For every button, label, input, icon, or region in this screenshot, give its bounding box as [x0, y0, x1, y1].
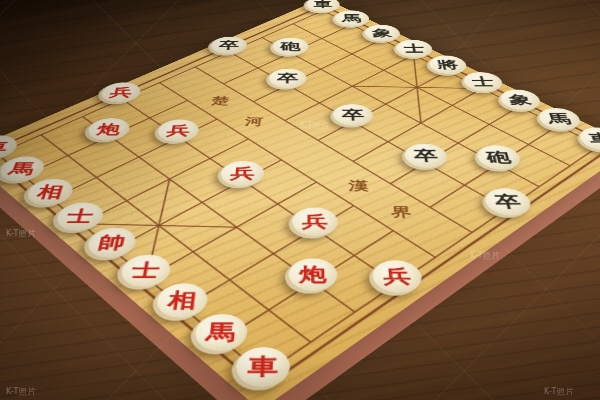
cannon-glyph: 砲 — [280, 41, 300, 51]
horse-glyph: 馬 — [206, 321, 237, 342]
soldier-glyph: 卒 — [413, 148, 439, 162]
piece-black-chariot[interactable]: 車 — [306, 0, 340, 12]
soldier-glyph: 卒 — [493, 193, 522, 208]
piece-black-soldier[interactable]: 卒 — [269, 68, 307, 87]
cannon-glyph: 炮 — [299, 264, 327, 282]
cannon-glyph: 炮 — [96, 122, 122, 135]
horse-glyph: 馬 — [546, 112, 573, 124]
piece-red-soldier[interactable]: 兵 — [220, 161, 265, 186]
soldier-glyph: 兵 — [166, 123, 191, 136]
piece-red-chariot[interactable]: 車 — [235, 347, 290, 387]
advisor-glyph: 士 — [65, 207, 95, 223]
advisor-glyph: 士 — [403, 43, 425, 53]
piece-black-cannon[interactable]: 砲 — [475, 145, 524, 169]
chariot-glyph: 車 — [247, 354, 278, 376]
chariot-glyph: 車 — [586, 132, 600, 145]
piece-red-soldier[interactable]: 兵 — [292, 207, 338, 236]
soldier-glyph: 兵 — [382, 266, 411, 284]
soldier-glyph: 卒 — [218, 40, 239, 50]
photo-scene: 楚河漢界 車馬象士將士象馬車砲砲卒卒卒卒卒兵兵兵兵兵炮炮車馬相士帥士相馬車 K-… — [0, 0, 600, 400]
piece-red-soldier[interactable]: 兵 — [156, 119, 200, 142]
advisor-glyph: 士 — [471, 76, 495, 87]
piece-black-soldier[interactable]: 卒 — [333, 104, 374, 126]
soldier-glyph: 卒 — [341, 108, 364, 120]
soldier-glyph: 兵 — [302, 213, 328, 229]
piece-red-chariot[interactable]: 車 — [0, 135, 21, 159]
cannon-glyph: 砲 — [485, 149, 512, 163]
piece-red-advisor[interactable]: 士 — [118, 254, 172, 286]
horse-glyph: 馬 — [342, 13, 362, 22]
soldier-glyph: 兵 — [109, 86, 133, 97]
piece-red-soldier[interactable]: 兵 — [371, 260, 423, 293]
piece-black-soldier[interactable]: 卒 — [210, 36, 248, 54]
piece-red-horse[interactable]: 馬 — [193, 314, 248, 351]
piece-red-advisor[interactable]: 士 — [53, 202, 106, 230]
piece-red-cannon[interactable]: 炮 — [85, 118, 131, 141]
piece-red-elephant[interactable]: 相 — [154, 283, 209, 318]
elephant-glyph: 相 — [167, 289, 198, 308]
elephant-glyph: 相 — [36, 183, 65, 198]
soldier-glyph: 兵 — [230, 165, 255, 179]
chariot-glyph: 車 — [0, 140, 10, 153]
piece-red-horse[interactable]: 馬 — [0, 156, 48, 181]
piece-red-cannon[interactable]: 炮 — [288, 258, 338, 291]
piece-red-general[interactable]: 帥 — [85, 227, 139, 257]
elephant-glyph: 象 — [507, 93, 532, 105]
general-glyph: 將 — [436, 59, 459, 69]
piece-black-horse[interactable]: 馬 — [334, 10, 370, 26]
river-char: 楚 — [205, 93, 236, 109]
elephant-glyph: 象 — [372, 28, 393, 37]
chariot-glyph: 車 — [313, 0, 332, 8]
river-char: 河 — [239, 114, 270, 130]
piece-black-soldier[interactable]: 卒 — [403, 143, 449, 167]
piece-black-soldier[interactable]: 卒 — [482, 188, 534, 215]
soldier-glyph: 卒 — [277, 72, 298, 83]
piece-red-elephant[interactable]: 相 — [24, 178, 77, 205]
horse-glyph: 馬 — [8, 161, 37, 175]
piece-black-chariot[interactable]: 車 — [576, 127, 600, 150]
advisor-glyph: 士 — [131, 260, 161, 278]
general-glyph: 帥 — [97, 233, 127, 250]
piece-black-cannon[interactable]: 砲 — [272, 37, 308, 55]
